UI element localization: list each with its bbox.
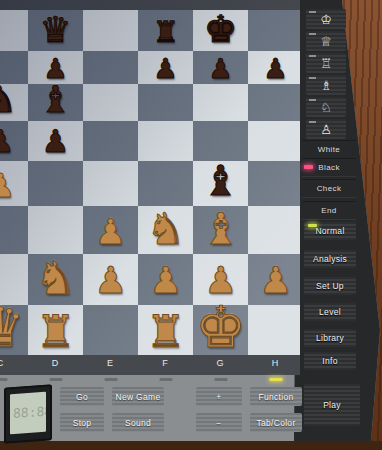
piece-white-pawn[interactable]: ♟ — [0, 169, 15, 202]
indicator-check: Check — [302, 179, 356, 198]
file-label-h: H — [248, 358, 300, 368]
piece-white-bishop[interactable]: ♝ — [201, 207, 240, 251]
normal-mode-led — [308, 224, 317, 227]
square-h1[interactable] — [248, 305, 300, 358]
square-c3[interactable] — [0, 206, 28, 254]
tab-color-button[interactable]: Tab/Color — [250, 413, 302, 432]
indicator-end: End — [302, 201, 356, 220]
lcd-digits: 88:88 — [13, 403, 46, 421]
piece-black-bishop[interactable]: ♝ — [202, 161, 239, 202]
piece-black-knight[interactable]: ♞ — [0, 82, 17, 119]
library-button[interactable]: Library — [304, 329, 356, 347]
square-h6[interactable] — [248, 84, 300, 121]
piece-black-pawn[interactable]: ♟ — [208, 55, 232, 82]
chess-computer-photo: CDEFGH ♛♜♚♟♟♟♟♞♝♟♟♝♟♟♞♝♞♟♟♟♟♛♜♜♚ 88:88 G… — [0, 0, 382, 450]
stop-button[interactable]: Stop — [60, 413, 104, 432]
level-button[interactable]: Level — [304, 303, 356, 321]
function-led-e — [104, 378, 117, 381]
square-f5[interactable] — [138, 121, 193, 161]
rook-button[interactable]: ♖ — [306, 53, 346, 73]
rook-button-led — [309, 55, 316, 57]
lcd-screen: 88:88 — [10, 392, 46, 435]
piece-black-queen[interactable]: ♛ — [40, 12, 72, 48]
sound-button[interactable]: Sound — [112, 413, 164, 432]
new-game-button[interactable]: New Game — [112, 387, 164, 406]
file-label-f: F — [138, 358, 193, 368]
square-c8[interactable] — [0, 10, 28, 51]
piece-white-rook[interactable]: ♜ — [146, 310, 186, 355]
black-led — [304, 165, 313, 169]
file-label-d: D — [28, 358, 83, 368]
square-e7[interactable] — [83, 51, 138, 84]
indicator-white: White — [302, 140, 356, 159]
piece-black-pawn[interactable]: ♟ — [42, 126, 70, 157]
piece-white-pawn[interactable]: ♟ — [259, 263, 292, 300]
queen-button-led — [309, 33, 316, 35]
normal-button[interactable]: Normal — [304, 222, 356, 240]
go-button[interactable]: Go — [60, 387, 104, 406]
piece-white-pawn[interactable]: ♟ — [149, 263, 182, 300]
file-label-c: C — [0, 358, 28, 368]
square-e4[interactable] — [83, 161, 138, 206]
piece-black-pawn[interactable]: ♟ — [263, 55, 287, 82]
function-led-h — [269, 378, 282, 381]
square-e5[interactable] — [83, 121, 138, 161]
square-e6[interactable] — [83, 84, 138, 121]
piece-white-knight[interactable]: ♞ — [35, 255, 76, 301]
square-e8[interactable] — [83, 10, 138, 51]
+-button[interactable]: + — [196, 387, 242, 406]
file-letter-rail: CDEFGH — [0, 355, 300, 375]
square-e1[interactable] — [83, 305, 138, 358]
king-button[interactable]: ♔ — [306, 9, 346, 29]
piece-white-king[interactable]: ♚ — [195, 299, 246, 356]
piece-black-bishop[interactable]: ♝ — [39, 82, 72, 119]
function-led-g — [214, 378, 227, 381]
function-led-f — [159, 378, 172, 381]
square-f6[interactable] — [138, 84, 193, 121]
piece-black-pawn[interactable]: ♟ — [0, 126, 14, 157]
square-h3[interactable] — [248, 206, 300, 254]
play-button[interactable]: Play — [304, 384, 360, 426]
table-edge — [0, 441, 382, 450]
piece-white-pawn[interactable]: ♟ — [94, 263, 127, 300]
piece-black-king[interactable]: ♚ — [204, 11, 238, 48]
bishop-button[interactable]: ♗ — [306, 75, 346, 95]
square-h5[interactable] — [248, 121, 300, 161]
queen-button[interactable]: ♕ — [306, 31, 346, 51]
pawn-button[interactable]: ♙ — [306, 119, 346, 139]
chess-board: CDEFGH ♛♜♚♟♟♟♟♞♝♟♟♝♟♟♞♝♞♟♟♟♟♛♜♜♚ — [0, 0, 300, 377]
piece-white-rook[interactable]: ♜ — [36, 310, 76, 355]
piece-white-knight[interactable]: ♞ — [146, 207, 185, 251]
lcd-display: 88:88 — [4, 384, 52, 443]
square-h8[interactable] — [248, 10, 300, 51]
function-led-c — [0, 378, 7, 381]
knight-button[interactable]: ♘ — [306, 97, 346, 117]
function-led-d — [49, 378, 62, 381]
king-button-led — [309, 11, 316, 13]
bishop-button-led — [309, 77, 316, 79]
−-button[interactable]: − — [196, 413, 242, 432]
indicator-black: Black — [302, 158, 356, 177]
square-g6[interactable] — [193, 84, 248, 121]
square-d3[interactable] — [28, 206, 83, 254]
analysis-button[interactable]: Analysis — [304, 250, 356, 268]
pawn-button-led — [309, 121, 316, 123]
piece-black-pawn[interactable]: ♟ — [153, 55, 177, 82]
knight-button-led — [309, 99, 316, 101]
square-f4[interactable] — [138, 161, 193, 206]
square-d4[interactable] — [28, 161, 83, 206]
square-h4[interactable] — [248, 161, 300, 206]
set-up-button[interactable]: Set Up — [304, 277, 356, 295]
function-button[interactable]: Function — [250, 387, 302, 406]
square-g5[interactable] — [193, 121, 248, 161]
piece-white-queen[interactable]: ♛ — [0, 301, 25, 355]
file-label-e: E — [83, 358, 138, 368]
info-button[interactable]: Info — [304, 352, 356, 370]
piece-black-rook[interactable]: ♜ — [152, 18, 178, 47]
piece-white-pawn[interactable]: ♟ — [95, 215, 126, 250]
